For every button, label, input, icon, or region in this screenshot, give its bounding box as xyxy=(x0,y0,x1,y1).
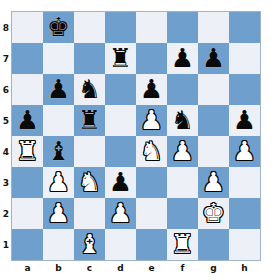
square-g2[interactable]: ♚ xyxy=(198,198,229,229)
square-a3[interactable] xyxy=(12,167,43,198)
rank-label-2: 2 xyxy=(0,198,12,229)
piece-black-pawn[interactable]: ♟ xyxy=(105,167,136,198)
square-e2[interactable] xyxy=(136,198,167,229)
square-e4[interactable]: ♞ xyxy=(136,136,167,167)
rank-label-1: 1 xyxy=(0,229,12,260)
square-a2[interactable] xyxy=(12,198,43,229)
square-c1[interactable]: ♝ xyxy=(74,229,105,260)
piece-white-knight[interactable]: ♞ xyxy=(136,136,167,167)
square-c3[interactable]: ♞ xyxy=(74,167,105,198)
square-g8[interactable] xyxy=(198,12,229,43)
square-f1[interactable]: ♜ xyxy=(167,229,198,260)
square-b6[interactable]: ♟ xyxy=(43,74,74,105)
square-g7[interactable]: ♟ xyxy=(198,43,229,74)
rank-labels: 8 7 6 5 4 3 2 1 xyxy=(0,12,12,260)
piece-white-pawn[interactable]: ♟ xyxy=(136,105,167,136)
square-e1[interactable] xyxy=(136,229,167,260)
square-c2[interactable] xyxy=(74,198,105,229)
square-a4[interactable]: ♜ xyxy=(12,136,43,167)
piece-white-pawn[interactable]: ♟ xyxy=(43,198,74,229)
square-f6[interactable] xyxy=(167,74,198,105)
square-b5[interactable] xyxy=(43,105,74,136)
square-g1[interactable] xyxy=(198,229,229,260)
piece-black-king[interactable]: ♚ xyxy=(43,12,74,43)
piece-black-pawn[interactable]: ♟ xyxy=(229,105,260,136)
square-e3[interactable] xyxy=(136,167,167,198)
square-h5[interactable]: ♟ xyxy=(229,105,260,136)
square-b8[interactable]: ♚ xyxy=(43,12,74,43)
square-e5[interactable]: ♟ xyxy=(136,105,167,136)
piece-black-pawn[interactable]: ♟ xyxy=(43,74,74,105)
piece-black-bishop[interactable]: ♝ xyxy=(43,136,74,167)
square-g4[interactable] xyxy=(198,136,229,167)
file-label-c: c xyxy=(74,260,105,276)
file-label-g: g xyxy=(198,260,229,276)
square-c6[interactable]: ♞ xyxy=(74,74,105,105)
square-h4[interactable]: ♟ xyxy=(229,136,260,167)
square-f2[interactable] xyxy=(167,198,198,229)
piece-black-knight[interactable]: ♞ xyxy=(167,105,198,136)
rank-label-7: 7 xyxy=(0,43,12,74)
file-label-h: h xyxy=(229,260,260,276)
square-h7[interactable] xyxy=(229,43,260,74)
square-d8[interactable] xyxy=(105,12,136,43)
piece-white-rook[interactable]: ♜ xyxy=(167,229,198,260)
chess-app-window: 8 7 6 5 4 3 2 1 ♚♜♟♟♟♞♟♟♜♟♞♟♜♝♞♟♟♟♞♟♟♟♟♚… xyxy=(0,0,280,280)
square-h1[interactable] xyxy=(229,229,260,260)
square-f4[interactable]: ♟ xyxy=(167,136,198,167)
square-d5[interactable] xyxy=(105,105,136,136)
square-g3[interactable]: ♟ xyxy=(198,167,229,198)
square-c7[interactable] xyxy=(74,43,105,74)
square-d3[interactable]: ♟ xyxy=(105,167,136,198)
square-d2[interactable]: ♟ xyxy=(105,198,136,229)
square-a8[interactable] xyxy=(12,12,43,43)
square-e6[interactable]: ♟ xyxy=(136,74,167,105)
piece-black-pawn[interactable]: ♟ xyxy=(136,74,167,105)
piece-white-pawn[interactable]: ♟ xyxy=(105,198,136,229)
square-d1[interactable] xyxy=(105,229,136,260)
file-label-e: e xyxy=(136,260,167,276)
square-b3[interactable]: ♟ xyxy=(43,167,74,198)
square-h2[interactable] xyxy=(229,198,260,229)
piece-black-rook[interactable]: ♜ xyxy=(74,105,105,136)
square-d4[interactable] xyxy=(105,136,136,167)
square-e8[interactable] xyxy=(136,12,167,43)
square-a1[interactable] xyxy=(12,229,43,260)
piece-white-pawn[interactable]: ♟ xyxy=(229,136,260,167)
square-f7[interactable]: ♟ xyxy=(167,43,198,74)
square-b1[interactable] xyxy=(43,229,74,260)
square-g5[interactable] xyxy=(198,105,229,136)
square-f3[interactable] xyxy=(167,167,198,198)
square-h3[interactable] xyxy=(229,167,260,198)
square-e7[interactable] xyxy=(136,43,167,74)
piece-white-rook[interactable]: ♜ xyxy=(12,136,43,167)
square-f8[interactable] xyxy=(167,12,198,43)
piece-black-pawn[interactable]: ♟ xyxy=(12,105,43,136)
chess-board[interactable]: ♚♜♟♟♟♞♟♟♜♟♞♟♜♝♞♟♟♟♞♟♟♟♟♚♝♜ xyxy=(12,12,260,260)
rank-label-4: 4 xyxy=(0,136,12,167)
file-label-d: d xyxy=(105,260,136,276)
piece-black-pawn[interactable]: ♟ xyxy=(167,43,198,74)
square-d7[interactable]: ♜ xyxy=(105,43,136,74)
rank-label-3: 3 xyxy=(0,167,12,198)
piece-white-bishop[interactable]: ♝ xyxy=(74,229,105,260)
square-f5[interactable]: ♞ xyxy=(167,105,198,136)
square-h6[interactable] xyxy=(229,74,260,105)
rank-label-6: 6 xyxy=(0,74,12,105)
piece-white-pawn[interactable]: ♟ xyxy=(43,167,74,198)
piece-black-rook[interactable]: ♜ xyxy=(105,43,136,74)
piece-white-knight[interactable]: ♞ xyxy=(74,167,105,198)
file-labels: a b c d e f g h xyxy=(12,260,260,278)
square-b4[interactable]: ♝ xyxy=(43,136,74,167)
square-b7[interactable] xyxy=(43,43,74,74)
piece-black-pawn[interactable]: ♟ xyxy=(198,43,229,74)
rank-label-8: 8 xyxy=(0,12,12,43)
file-label-b: b xyxy=(43,260,74,276)
square-c5[interactable]: ♜ xyxy=(74,105,105,136)
rank-label-5: 5 xyxy=(0,105,12,136)
square-d6[interactable] xyxy=(105,74,136,105)
square-g6[interactable] xyxy=(198,74,229,105)
piece-white-pawn[interactable]: ♟ xyxy=(198,167,229,198)
file-label-f: f xyxy=(167,260,198,276)
square-c4[interactable] xyxy=(74,136,105,167)
square-a6[interactable] xyxy=(12,74,43,105)
square-a7[interactable] xyxy=(12,43,43,74)
square-c8[interactable] xyxy=(74,12,105,43)
piece-white-pawn[interactable]: ♟ xyxy=(167,136,198,167)
square-b2[interactable]: ♟ xyxy=(43,198,74,229)
file-label-a: a xyxy=(12,260,43,276)
square-h8[interactable] xyxy=(229,12,260,43)
piece-black-knight[interactable]: ♞ xyxy=(74,74,105,105)
square-a5[interactable]: ♟ xyxy=(12,105,43,136)
piece-white-king[interactable]: ♚ xyxy=(198,198,229,229)
